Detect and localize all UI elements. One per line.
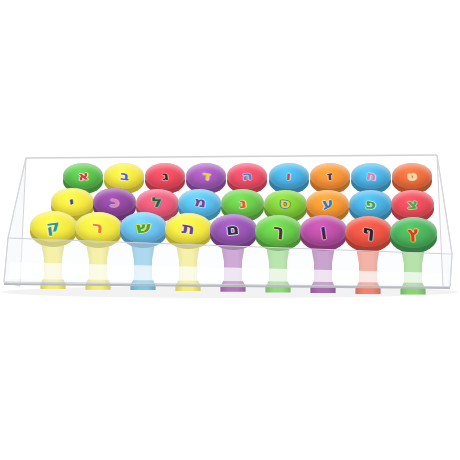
stamp-cap-rim-lamed <box>136 194 179 222</box>
stamp-tet: ט <box>392 163 432 209</box>
stamp-shin: ש <box>120 212 167 295</box>
stamp-cap-bet: ב <box>104 163 144 189</box>
stamp-body-vav <box>277 184 301 204</box>
stamp-cap-rim-pe <box>349 195 392 223</box>
hebrew-letter-ayin: ע <box>321 196 334 211</box>
stamp-kaf: כ <box>93 188 136 238</box>
stamp-tav: ת <box>165 213 212 296</box>
stamp-body-nun <box>229 212 255 234</box>
stamp-body-ayin <box>315 213 341 235</box>
hebrew-letter-final-kaf: ך <box>272 222 284 238</box>
box-right-face <box>437 155 452 287</box>
stamp-cap-rim-shin <box>120 217 167 248</box>
stamp-cap-dalet: ד <box>186 163 226 189</box>
hebrew-letter-final-tsadi: ץ <box>406 224 420 240</box>
stamp-body-pe <box>357 213 383 235</box>
hebrew-letter-tet: ט <box>406 170 417 183</box>
stamp-cap-het: ח <box>351 163 391 189</box>
stamp-cap-vav: ו <box>269 163 309 189</box>
hebrew-letter-het: ח <box>365 169 377 182</box>
stamp-body-mem <box>187 212 213 234</box>
stamp-cap-rim-yod <box>51 193 94 221</box>
stamp-body-zayin <box>318 184 342 204</box>
stamp-body-tsadi <box>400 213 426 235</box>
stamp-cap-rim-aleph <box>63 168 103 194</box>
stamp-body-tav <box>173 239 203 291</box>
stamp-cap-rim-final-kaf <box>255 220 302 251</box>
stamp-cap-final-pe: ף <box>345 216 392 247</box>
stamp-body-bet <box>112 184 136 204</box>
hebrew-letter-resh: ר <box>92 219 105 235</box>
stamp-cap-final-tsadi: ץ <box>390 217 437 248</box>
stamp-cap-rim-final-pe <box>345 221 392 252</box>
stamp-cap-he: ה <box>227 163 267 189</box>
stamp-cap-tav: ת <box>165 213 212 244</box>
stamp-het: ח <box>351 163 391 209</box>
stamp-cap-shin: ש <box>120 212 167 243</box>
stamp-body-kaf <box>102 211 128 233</box>
hebrew-letter-zayin: ז <box>326 170 334 183</box>
stamp-cap-rim-tet <box>392 168 432 194</box>
stamp-cap-nun: נ <box>221 189 264 217</box>
hebrew-letter-shin: ש <box>135 220 150 236</box>
stamp-cap-rim-tav <box>165 218 212 249</box>
stamp-cap-final-mem: ם <box>210 214 257 245</box>
stamp-gimel: ג <box>145 163 185 209</box>
stamp-body-yod <box>59 211 85 233</box>
hebrew-letter-nun: נ <box>238 196 247 210</box>
stamp-mem: מ <box>178 189 221 239</box>
stamp-yod: י <box>51 188 94 238</box>
hebrew-letter-final-mem: ם <box>226 221 241 238</box>
stamp-body-lamed <box>144 212 170 234</box>
hebrew-letter-aleph: א <box>77 169 89 182</box>
stamps-tray: אבגדהוזחטיכלמנסעפצקרשתםךןףץ <box>0 0 460 460</box>
stamp-nun: נ <box>221 189 264 239</box>
stamp-cap-rim-mem <box>178 194 221 222</box>
hebrew-letter-kaf: כ <box>109 195 120 210</box>
stamp-cap-rim-final-tsadi <box>390 222 437 253</box>
stamp-cap-qof: ק <box>30 211 77 242</box>
stamp-cap-rim-vav <box>269 168 309 194</box>
stamp-cap-tet: ט <box>392 163 432 189</box>
hebrew-letter-bet: ב <box>119 170 129 183</box>
stamp-tsadi: צ <box>391 190 434 240</box>
stamp-cap-rim-dalet <box>186 168 226 194</box>
product-photo: אבגדהוזחטיכלמנסעפצקרשתםךןףץ <box>0 0 460 460</box>
stamp-he: ה <box>227 163 267 209</box>
stamp-cap-rim-zayin <box>310 168 350 194</box>
hebrew-letter-lamed: ל <box>152 195 163 209</box>
stamp-body-gimel <box>153 184 177 204</box>
stamp-cap-rim-tsadi <box>391 195 434 223</box>
stamp-cap-yod: י <box>51 188 94 216</box>
stamp-body-he <box>235 184 259 204</box>
stamp-cap-ayin: ע <box>306 190 349 218</box>
stamp-cap-rim-gimel <box>145 168 185 194</box>
stamp-final-pe: ף <box>345 216 392 299</box>
stamp-body-final-nun <box>308 241 338 293</box>
stamp-final-kaf: ך <box>255 215 302 298</box>
stamp-cap-pe: פ <box>349 190 392 218</box>
stamp-body-resh <box>83 238 113 290</box>
stamp-body-final-mem <box>218 240 248 292</box>
stamp-pe: פ <box>349 190 392 240</box>
stamp-cap-rim-he <box>227 168 267 194</box>
box-bottom-edge <box>4 284 450 288</box>
hebrew-letter-pe: פ <box>364 197 377 212</box>
hebrew-letter-vav: ו <box>286 170 292 182</box>
stamp-body-final-pe <box>353 242 383 294</box>
hebrew-letter-tsadi: צ <box>407 197 419 211</box>
hebrew-letter-tav: ת <box>181 220 196 237</box>
stamp-cap-kaf: כ <box>93 188 136 216</box>
stamp-lamed: ל <box>136 189 179 239</box>
hebrew-letter-gimel: ג <box>161 170 169 182</box>
stamp-cap-resh: ר <box>75 212 122 243</box>
stamp-cap-gimel: ג <box>145 163 185 189</box>
stamp-resh: ר <box>75 212 122 295</box>
hebrew-letter-he: ה <box>242 169 254 182</box>
hebrew-letter-final-pe: ף <box>361 223 375 239</box>
stamp-body-final-tsadi <box>398 243 428 295</box>
stamp-cap-rim-final-mem <box>210 219 257 250</box>
clear-box-front <box>0 0 460 460</box>
stamp-cap-final-kaf: ך <box>255 215 302 246</box>
stamp-cap-rim-nun <box>221 194 264 222</box>
hebrew-letter-dalet: ד <box>201 169 211 182</box>
stamp-cap-rim-resh <box>75 217 122 248</box>
stamp-bet: ב <box>104 163 144 209</box>
stamp-final-nun: ן <box>300 215 347 298</box>
hebrew-letter-mem: מ <box>193 195 207 210</box>
stamp-vav: ו <box>269 163 309 209</box>
stamp-cap-lamed: ל <box>136 189 179 217</box>
stamp-body-het <box>359 184 383 204</box>
stamp-dalet: ד <box>186 163 226 209</box>
hebrew-letter-samekh: ס <box>279 196 291 210</box>
stamp-cap-rim-kaf <box>93 193 136 221</box>
stamp-cap-final-nun: ן <box>300 215 347 246</box>
stamp-cap-rim-samekh <box>264 195 307 223</box>
clear-box-back-edges <box>0 0 460 460</box>
stamp-qof: ק <box>30 211 77 294</box>
stamp-body-final-kaf <box>263 241 293 293</box>
stamp-body-aleph <box>71 184 95 204</box>
stamp-body-tet <box>400 184 424 204</box>
stamp-body-shin <box>128 238 158 290</box>
stamp-cap-rim-final-nun <box>300 220 347 251</box>
stamp-cap-samekh: ס <box>264 190 307 218</box>
stamp-cap-zayin: ז <box>310 163 350 189</box>
box-front-face <box>4 238 452 287</box>
stamp-zayin: ז <box>310 163 350 209</box>
stamp-ayin: ע <box>306 190 349 240</box>
stamp-body-dalet <box>194 184 218 204</box>
stamp-cap-rim-het <box>351 168 391 194</box>
stamp-body-samekh <box>272 213 298 235</box>
stamp-cap-tsadi: צ <box>391 190 434 218</box>
stamp-final-mem: ם <box>210 214 257 297</box>
stamp-final-tsadi: ץ <box>390 217 437 300</box>
hebrew-letter-yod: י <box>69 195 76 209</box>
stamp-cap-aleph: א <box>63 163 103 189</box>
stamp-cap-rim-ayin <box>306 195 349 223</box>
box-left-face <box>4 158 26 286</box>
hebrew-letter-final-nun: ן <box>319 223 328 239</box>
stamp-cap-rim-qof <box>30 216 77 247</box>
box-reflection <box>8 262 448 283</box>
stamp-cap-mem: מ <box>178 189 221 217</box>
stamp-cap-rim-bet <box>104 168 144 194</box>
stamp-aleph: א <box>63 163 103 209</box>
hebrew-letter-qof: ק <box>45 218 61 235</box>
stamp-body-qof <box>38 237 68 289</box>
stamp-samekh: ס <box>264 190 307 240</box>
